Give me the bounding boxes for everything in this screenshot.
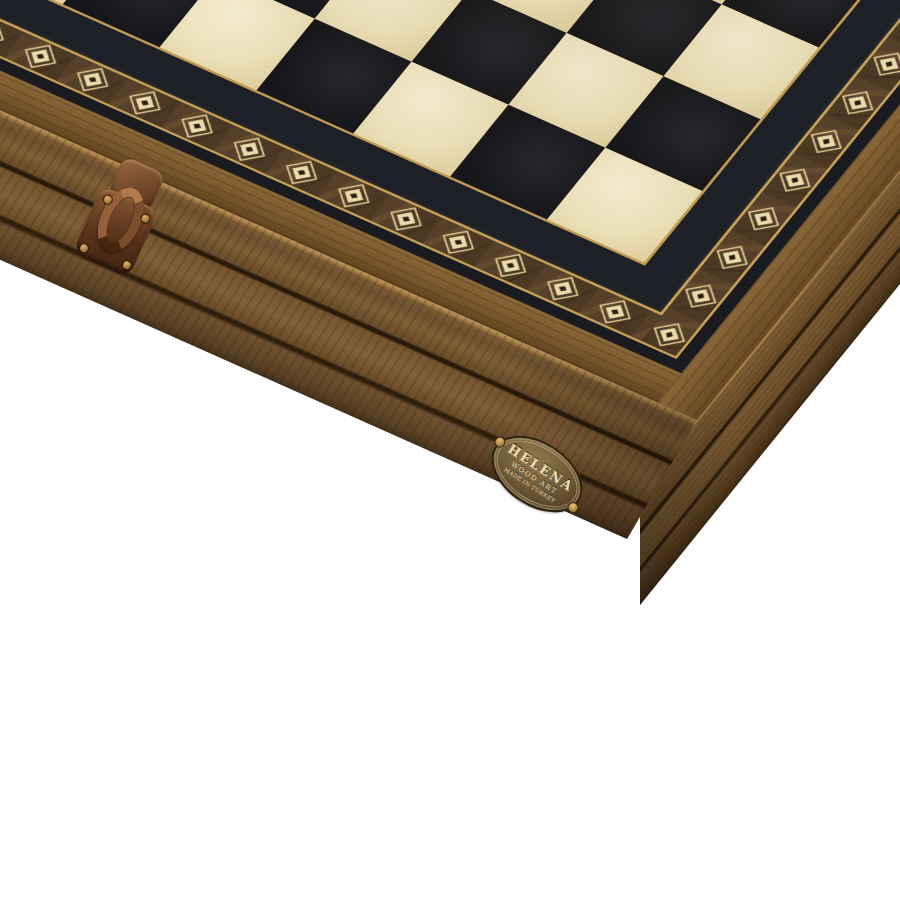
product-photo-chess-box: HELENA WOOD ART MADE IN TURKEY bbox=[0, 0, 900, 900]
